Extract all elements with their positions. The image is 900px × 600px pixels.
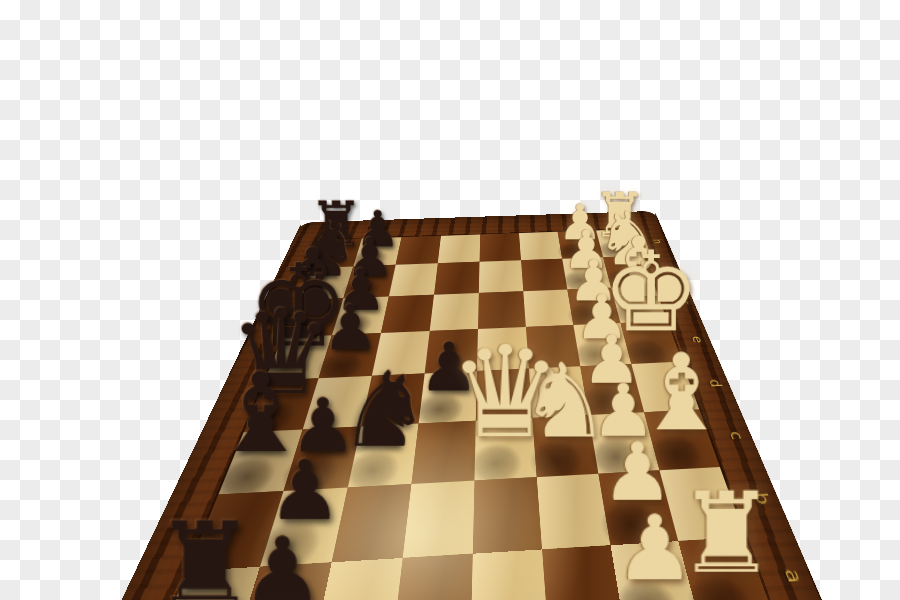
square-b4[interactable] [473,477,542,554]
white-queen-glyph: ♛ [448,332,561,452]
square-b5[interactable] [403,481,475,558]
piece-white-pawn-a2[interactable]: ♟ [562,507,748,593]
square-g4[interactable] [479,260,523,293]
square-a2[interactable]: ♟ [611,541,702,600]
square-h4[interactable] [480,233,521,262]
board-squares-grid: ♜♟♟♜♞♟♟♞♝♟♟♝♚♟♟♚♛♟♟♝♟♞♛♞♟♝♟♟♜♟♟♜ [148,229,776,600]
square-a5[interactable] [392,554,473,600]
square-h5[interactable] [438,235,480,264]
white-pawn-glyph: ♟ [615,507,696,593]
black-rook-glyph: ♜ [152,511,257,600]
piece-black-rook-a8[interactable]: ♜ [108,511,301,600]
square-a8[interactable]: ♜ [148,567,260,600]
chess-board: ♜♟♟♜♞♟♟♞♝♟♟♝♚♟♟♚♛♟♟♝♟♞♛♞♟♝♟♟♜♟♟♜ 8765432… [45,211,864,600]
square-g5[interactable] [434,262,480,295]
square-a4[interactable] [471,549,549,600]
scene: ♜♟♟♜♞♟♟♞♝♟♟♝♚♟♟♚♛♟♟♝♟♞♛♞♟♝♟♟♜♟♟♜ 8765432… [0,0,900,600]
transparency-checkerboard-background: { "game": { "name": "chess", "set_style"… [0,0,900,600]
square-c4[interactable]: ♛ [474,418,536,481]
